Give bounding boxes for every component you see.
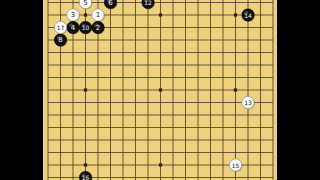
stone-number: 1	[96, 11, 100, 19]
letterbox-right	[277, 0, 320, 180]
stone-number: 4	[71, 24, 76, 32]
board-diagram: 123456810121314151617	[43, 0, 277, 180]
stone-number: 15	[232, 162, 240, 169]
go-board: 123456810121314151617	[43, 0, 277, 180]
star-point	[84, 88, 87, 91]
star-point	[234, 13, 237, 16]
stone-number: 17	[57, 24, 65, 31]
stone-number: 13	[244, 99, 252, 106]
stone-number: 12	[144, 0, 152, 6]
star-point	[159, 13, 162, 16]
stone-number: 3	[71, 11, 75, 19]
star-point	[234, 88, 237, 91]
video-frame: 123456810121314151617	[0, 0, 320, 180]
stone-number: 6	[108, 0, 113, 7]
star-point	[84, 163, 87, 166]
stone-number: 10	[82, 24, 90, 31]
stone-number: 2	[96, 24, 100, 32]
star-point	[159, 163, 162, 166]
stone-number: 16	[82, 174, 90, 180]
star-point	[159, 88, 162, 91]
stone-number: 5	[83, 0, 87, 7]
stone-number: 14	[244, 12, 252, 19]
letterbox-left	[0, 0, 43, 180]
stone-number: 8	[58, 36, 62, 44]
star-point	[84, 13, 87, 16]
